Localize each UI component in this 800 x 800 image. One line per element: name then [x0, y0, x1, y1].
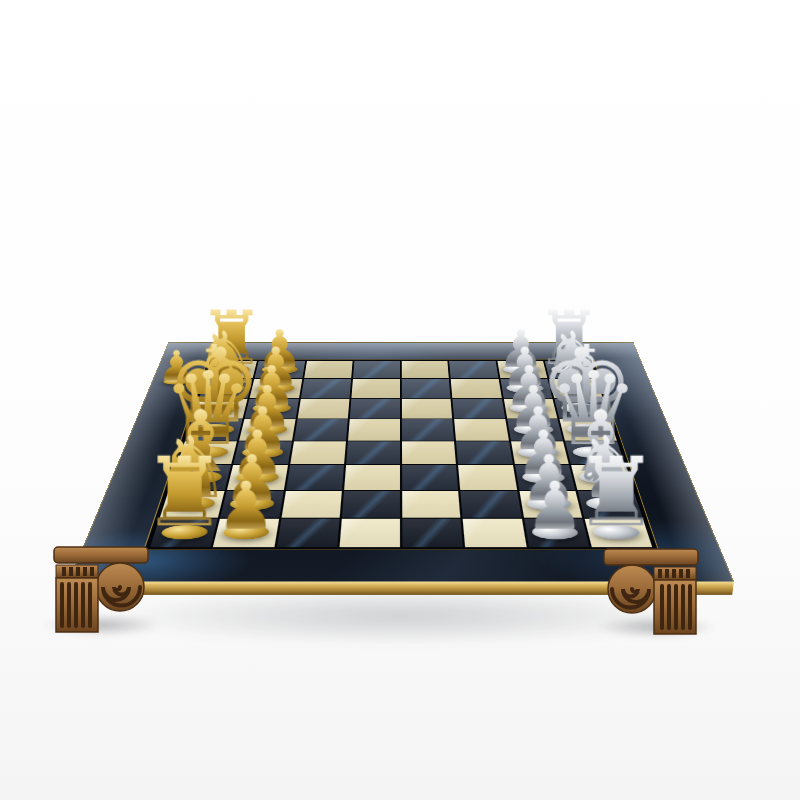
ionic-foot-right	[602, 546, 702, 638]
square-f5[interactable]	[402, 398, 453, 418]
square-a4[interactable]	[339, 519, 400, 548]
square-e4[interactable]	[348, 419, 400, 440]
square-h5[interactable]	[402, 361, 449, 379]
rook-glyph: ♜	[548, 449, 685, 537]
square-d4[interactable]	[346, 441, 400, 464]
square-d5[interactable]	[402, 441, 456, 464]
square-b4[interactable]	[342, 491, 400, 518]
ionic-foot-left	[50, 544, 150, 636]
square-c5[interactable]	[402, 465, 458, 490]
square-f4[interactable]	[350, 398, 400, 418]
square-e5[interactable]	[402, 419, 454, 440]
piece-silver-rook-a8[interactable]: ♜♜	[548, 361, 685, 532]
square-a5[interactable]	[402, 519, 463, 548]
perspective-container: ♜♜♞♞♝♝♛♛♚♚♝♝♞♞♜♜♟♟♟♟♟♟♟♟♟♟♟♟♟♟♟♟♟♟♟♟♟♟♟♟…	[0, 0, 800, 800]
square-g5[interactable]	[402, 379, 451, 398]
piece-gold-pawn-a2[interactable]: ♟♟	[178, 361, 315, 532]
chess-set-photo-scene: ♜♜♞♞♝♝♛♛♚♚♝♝♞♞♜♜♟♟♟♟♟♟♟♟♟♟♟♟♟♟♟♟♟♟♟♟♟♟♟♟…	[0, 0, 800, 800]
square-h4[interactable]	[353, 361, 400, 379]
square-c4[interactable]	[344, 465, 400, 490]
square-b5[interactable]	[402, 491, 460, 518]
square-g4[interactable]	[351, 379, 400, 398]
